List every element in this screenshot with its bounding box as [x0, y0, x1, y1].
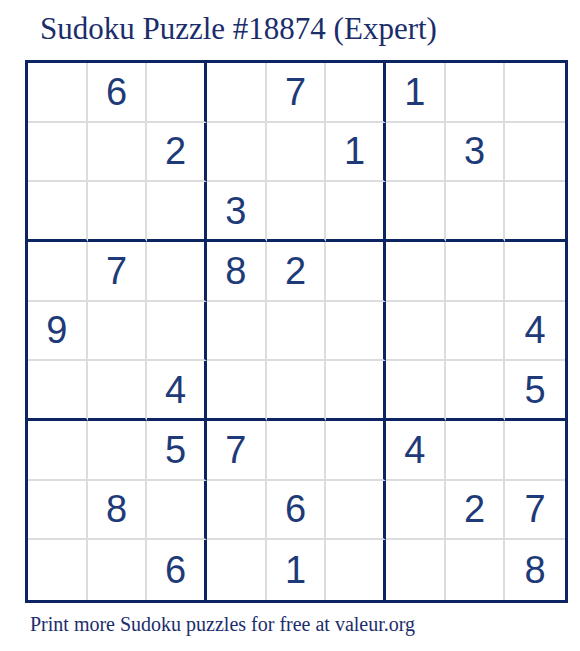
cell-r4c5[interactable]: 2: [267, 242, 327, 302]
cell-r7c3[interactable]: 5: [147, 421, 207, 481]
cell-r5c4[interactable]: [207, 302, 267, 362]
cell-r3c9[interactable]: [505, 182, 565, 242]
cell-r5c1[interactable]: 9: [28, 302, 88, 362]
cell-r3c5[interactable]: [267, 182, 327, 242]
cell-r8c1[interactable]: [28, 481, 88, 541]
cell-r5c8[interactable]: [446, 302, 506, 362]
cell-r7c7[interactable]: 4: [386, 421, 446, 481]
cell-r5c5[interactable]: [267, 302, 327, 362]
page-title: Sudoku Puzzle #18874 (Expert): [40, 12, 437, 46]
cell-r4c2[interactable]: 7: [88, 242, 148, 302]
cell-r6c5[interactable]: [267, 361, 327, 421]
cell-r8c6[interactable]: [326, 481, 386, 541]
cell-r5c6[interactable]: [326, 302, 386, 362]
cell-r6c8[interactable]: [446, 361, 506, 421]
cell-r8c9[interactable]: 7: [505, 481, 565, 541]
sudoku-page: Sudoku Puzzle #18874 (Expert) 6712133782…: [0, 0, 580, 651]
cell-r3c8[interactable]: [446, 182, 506, 242]
cell-r2c8[interactable]: 3: [446, 123, 506, 183]
cell-r5c7[interactable]: [386, 302, 446, 362]
cell-r9c6[interactable]: [326, 540, 386, 600]
cell-r7c9[interactable]: [505, 421, 565, 481]
cell-r2c1[interactable]: [28, 123, 88, 183]
cell-r9c9[interactable]: 8: [505, 540, 565, 600]
cell-r1c8[interactable]: [446, 63, 506, 123]
cell-r7c5[interactable]: [267, 421, 327, 481]
cell-r1c6[interactable]: [326, 63, 386, 123]
cell-r1c2[interactable]: 6: [88, 63, 148, 123]
cell-r7c1[interactable]: [28, 421, 88, 481]
cell-r4c9[interactable]: [505, 242, 565, 302]
cell-r1c4[interactable]: [207, 63, 267, 123]
cell-r7c8[interactable]: [446, 421, 506, 481]
cell-r5c2[interactable]: [88, 302, 148, 362]
cell-r4c3[interactable]: [147, 242, 207, 302]
footer-text: Print more Sudoku puzzles for free at va…: [30, 612, 415, 636]
cell-r1c9[interactable]: [505, 63, 565, 123]
cell-r7c6[interactable]: [326, 421, 386, 481]
cell-r1c7[interactable]: 1: [386, 63, 446, 123]
cell-r6c7[interactable]: [386, 361, 446, 421]
cell-r3c4[interactable]: 3: [207, 182, 267, 242]
sudoku-board: 671213378294455748627618: [25, 60, 568, 603]
cell-r4c1[interactable]: [28, 242, 88, 302]
cell-r6c2[interactable]: [88, 361, 148, 421]
cell-r8c3[interactable]: [147, 481, 207, 541]
cell-r8c2[interactable]: 8: [88, 481, 148, 541]
cell-r8c5[interactable]: 6: [267, 481, 327, 541]
cell-r8c8[interactable]: 2: [446, 481, 506, 541]
cell-r6c4[interactable]: [207, 361, 267, 421]
cell-r3c6[interactable]: [326, 182, 386, 242]
cell-r3c7[interactable]: [386, 182, 446, 242]
cell-r5c9[interactable]: 4: [505, 302, 565, 362]
cell-r3c1[interactable]: [28, 182, 88, 242]
cell-r8c7[interactable]: [386, 481, 446, 541]
cell-r2c5[interactable]: [267, 123, 327, 183]
cell-r9c4[interactable]: [207, 540, 267, 600]
cell-r2c9[interactable]: [505, 123, 565, 183]
cell-r6c3[interactable]: 4: [147, 361, 207, 421]
cell-r5c3[interactable]: [147, 302, 207, 362]
cell-r2c7[interactable]: [386, 123, 446, 183]
cell-r4c6[interactable]: [326, 242, 386, 302]
cell-r8c4[interactable]: [207, 481, 267, 541]
cell-r1c5[interactable]: 7: [267, 63, 327, 123]
cell-r6c9[interactable]: 5: [505, 361, 565, 421]
cell-r7c4[interactable]: 7: [207, 421, 267, 481]
cell-r1c3[interactable]: [147, 63, 207, 123]
cell-r1c1[interactable]: [28, 63, 88, 123]
cell-r9c8[interactable]: [446, 540, 506, 600]
cell-r6c6[interactable]: [326, 361, 386, 421]
cell-r3c2[interactable]: [88, 182, 148, 242]
cell-r9c7[interactable]: [386, 540, 446, 600]
cell-r9c1[interactable]: [28, 540, 88, 600]
cell-r9c5[interactable]: 1: [267, 540, 327, 600]
cell-r4c4[interactable]: 8: [207, 242, 267, 302]
cell-r4c7[interactable]: [386, 242, 446, 302]
cell-r9c3[interactable]: 6: [147, 540, 207, 600]
cell-r6c1[interactable]: [28, 361, 88, 421]
cell-r2c4[interactable]: [207, 123, 267, 183]
cell-r2c3[interactable]: 2: [147, 123, 207, 183]
cell-r7c2[interactable]: [88, 421, 148, 481]
cell-r4c8[interactable]: [446, 242, 506, 302]
cell-r9c2[interactable]: [88, 540, 148, 600]
cell-r3c3[interactable]: [147, 182, 207, 242]
cell-r2c2[interactable]: [88, 123, 148, 183]
cell-r2c6[interactable]: 1: [326, 123, 386, 183]
